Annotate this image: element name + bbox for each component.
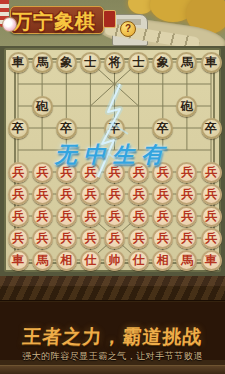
xiangqi-piece-red[interactable]: 兵 bbox=[104, 206, 125, 227]
xiangqi-piece-red[interactable]: 兵 bbox=[152, 206, 173, 227]
xiangqi-piece-red[interactable]: 兵 bbox=[8, 206, 29, 227]
help-button[interactable]: ? bbox=[120, 21, 136, 37]
banner-bottom-strip bbox=[0, 366, 225, 374]
xiangqi-piece-red[interactable]: 兵 bbox=[176, 184, 197, 205]
xiangqi-piece-red[interactable]: 兵 bbox=[56, 184, 77, 205]
xiangqi-piece-red[interactable]: 兵 bbox=[104, 228, 125, 249]
xiangqi-piece-red[interactable]: 兵 bbox=[56, 228, 77, 249]
xiangqi-piece-black[interactable]: 馬 bbox=[32, 52, 53, 73]
xiangqi-piece-black[interactable]: 象 bbox=[152, 52, 173, 73]
xiangqi-piece-red[interactable]: 馬 bbox=[176, 250, 197, 271]
xiangqi-piece-red[interactable]: 兵 bbox=[80, 184, 101, 205]
xiangqi-piece-red[interactable]: 兵 bbox=[32, 184, 53, 205]
xiangqi-piece-black[interactable]: 象 bbox=[56, 52, 77, 73]
xiangqi-piece-red[interactable]: 兵 bbox=[8, 162, 29, 183]
banner-title: 王者之力，霸道挑战 bbox=[0, 324, 225, 350]
xiangqi-piece-red[interactable]: 兵 bbox=[176, 228, 197, 249]
xiangqi-piece-red[interactable]: 兵 bbox=[32, 228, 53, 249]
xiangqi-piece-red[interactable]: 兵 bbox=[32, 206, 53, 227]
xiangqi-piece-black[interactable]: 卒 bbox=[104, 118, 125, 139]
xiangqi-piece-red[interactable]: 兵 bbox=[104, 162, 125, 183]
promo-banner: 王者之力，霸道挑战 强大的阵容尽显王霸之气，让对手节节败退 bbox=[0, 276, 225, 374]
xiangqi-piece-red[interactable]: 相 bbox=[56, 250, 77, 271]
xiangqi-piece-black[interactable]: 士 bbox=[80, 52, 101, 73]
xiangqi-piece-red[interactable]: 相 bbox=[152, 250, 173, 271]
xiangqi-piece-red[interactable]: 兵 bbox=[56, 162, 77, 183]
app-title: 万宁象棋 bbox=[12, 8, 102, 35]
xiangqi-piece-red[interactable]: 兵 bbox=[8, 228, 29, 249]
xiangqi-piece-red[interactable]: 車 bbox=[8, 250, 29, 271]
xiangqi-piece-red[interactable]: 兵 bbox=[201, 228, 222, 249]
xiangqi-piece-black[interactable]: 馬 bbox=[176, 52, 197, 73]
xiangqi-piece-black[interactable]: 車 bbox=[8, 52, 29, 73]
xiangqi-piece-red[interactable]: 兵 bbox=[128, 184, 149, 205]
xiangqi-piece-red[interactable]: 兵 bbox=[152, 228, 173, 249]
xiangqi-piece-red[interactable]: 帅 bbox=[104, 250, 125, 271]
xiangqi-piece-red[interactable]: 兵 bbox=[152, 162, 173, 183]
xiangqi-piece-black[interactable]: 士 bbox=[128, 52, 149, 73]
xiangqi-piece-red[interactable]: 車 bbox=[201, 250, 222, 271]
xiangqi-piece-red[interactable]: 兵 bbox=[176, 206, 197, 227]
xiangqi-piece-red[interactable]: 兵 bbox=[128, 206, 149, 227]
xiangqi-piece-black[interactable]: 卒 bbox=[8, 118, 29, 139]
xiangqi-piece-red[interactable]: 兵 bbox=[201, 162, 222, 183]
xiangqi-piece-red[interactable]: 馬 bbox=[32, 250, 53, 271]
xiangqi-piece-red[interactable]: 兵 bbox=[80, 228, 101, 249]
xiangqi-piece-black[interactable]: 卒 bbox=[152, 118, 173, 139]
logo-seal bbox=[103, 10, 116, 28]
mascot-icon bbox=[2, 17, 17, 32]
xiangqi-piece-red[interactable]: 兵 bbox=[104, 184, 125, 205]
xiangqi-piece-red[interactable]: 仕 bbox=[128, 250, 149, 271]
xiangqi-piece-black[interactable]: 将 bbox=[104, 52, 125, 73]
xiangqi-piece-red[interactable]: 兵 bbox=[128, 162, 149, 183]
banner-subtitle: 强大的阵容尽显王霸之气，让对手节节败退 bbox=[0, 350, 225, 363]
xiangqi-piece-black[interactable]: 卒 bbox=[201, 118, 222, 139]
xiangqi-piece-black[interactable]: 砲 bbox=[32, 96, 53, 117]
xiangqi-piece-red[interactable]: 兵 bbox=[32, 162, 53, 183]
xiangqi-piece-red[interactable]: 兵 bbox=[152, 184, 173, 205]
xiangqi-piece-red[interactable]: 兵 bbox=[80, 162, 101, 183]
xiangqi-piece-red[interactable]: 兵 bbox=[176, 162, 197, 183]
game-screen: 万宁象棋 ? 車馬象士将士象馬車砲砲卒卒卒卒卒兵兵兵兵兵兵兵兵兵兵兵兵兵兵兵兵兵… bbox=[0, 0, 225, 374]
wood-grain bbox=[0, 276, 225, 300]
xiangqi-piece-black[interactable]: 卒 bbox=[56, 118, 77, 139]
xiangqi-piece-red[interactable]: 兵 bbox=[8, 184, 29, 205]
xiangqi-piece-black[interactable]: 車 bbox=[201, 52, 222, 73]
board-frame: 車馬象士将士象馬車砲砲卒卒卒卒卒兵兵兵兵兵兵兵兵兵兵兵兵兵兵兵兵兵兵兵兵兵兵兵兵… bbox=[0, 46, 225, 276]
xiangqi-piece-red[interactable]: 兵 bbox=[56, 206, 77, 227]
xiangqi-piece-red[interactable]: 兵 bbox=[128, 228, 149, 249]
xiangqi-piece-red[interactable]: 兵 bbox=[201, 184, 222, 205]
xiangqi-board[interactable]: 車馬象士将士象馬車砲砲卒卒卒卒卒兵兵兵兵兵兵兵兵兵兵兵兵兵兵兵兵兵兵兵兵兵兵兵兵… bbox=[4, 48, 221, 272]
xiangqi-piece-black[interactable]: 砲 bbox=[176, 96, 197, 117]
xiangqi-piece-red[interactable]: 兵 bbox=[80, 206, 101, 227]
xiangqi-piece-red[interactable]: 兵 bbox=[201, 206, 222, 227]
xiangqi-piece-red[interactable]: 仕 bbox=[80, 250, 101, 271]
